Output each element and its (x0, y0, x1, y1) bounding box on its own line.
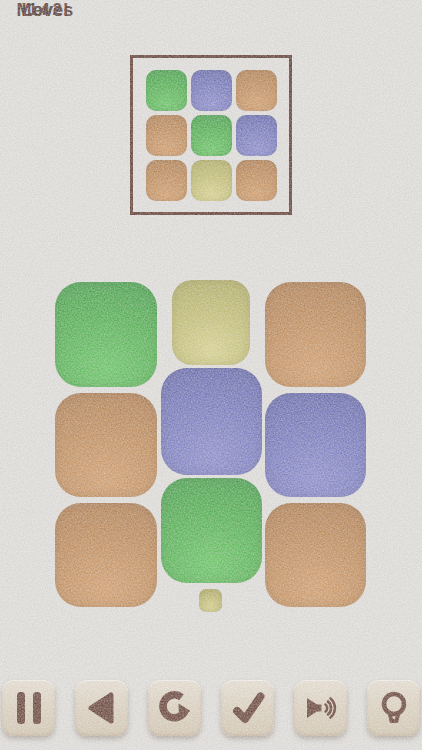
target-cell-r1c3 (236, 70, 277, 111)
restart-button[interactable] (148, 680, 201, 736)
hint-button[interactable] (367, 680, 420, 736)
board-cell-r1c2-sliding[interactable] (172, 280, 250, 365)
lightbulb-icon (377, 691, 411, 725)
target-cell-r1c1 (146, 70, 187, 111)
board-cell-r2c1[interactable] (55, 393, 157, 497)
game-screen: Moves 1 / 2 Level 4 (0, 0, 422, 750)
sliding-piece-remnant (199, 589, 222, 612)
level-number: 4 (0, 0, 90, 20)
board-cell-r1c3[interactable] (265, 282, 366, 387)
target-cell-r3c2 (191, 160, 232, 201)
back-button[interactable] (75, 680, 128, 736)
board-cell-r3c1[interactable] (55, 503, 157, 607)
target-cell-r2c1 (146, 115, 187, 156)
pause-icon (12, 691, 46, 725)
back-arrow-icon (85, 691, 119, 725)
restart-icon (157, 690, 193, 726)
check-icon (230, 690, 266, 726)
board-cell-r1c1[interactable] (55, 282, 157, 387)
board-cell-r3c3[interactable] (265, 503, 366, 607)
toolbar (2, 679, 420, 737)
target-pattern-box (130, 55, 292, 215)
pause-button[interactable] (2, 680, 55, 736)
target-cell-r2c3 (236, 115, 277, 156)
board-cell-r2c3[interactable] (265, 393, 366, 497)
target-cell-r3c1 (146, 160, 187, 201)
sound-button[interactable] (294, 680, 347, 736)
target-cell-r1c2 (191, 70, 232, 111)
target-cell-r3c3 (236, 160, 277, 201)
board-cell-r3c2[interactable] (161, 478, 262, 583)
check-button[interactable] (221, 680, 274, 736)
board-cell-r2c2[interactable] (161, 368, 262, 475)
speaker-icon (304, 691, 338, 725)
target-cell-r2c2 (191, 115, 232, 156)
